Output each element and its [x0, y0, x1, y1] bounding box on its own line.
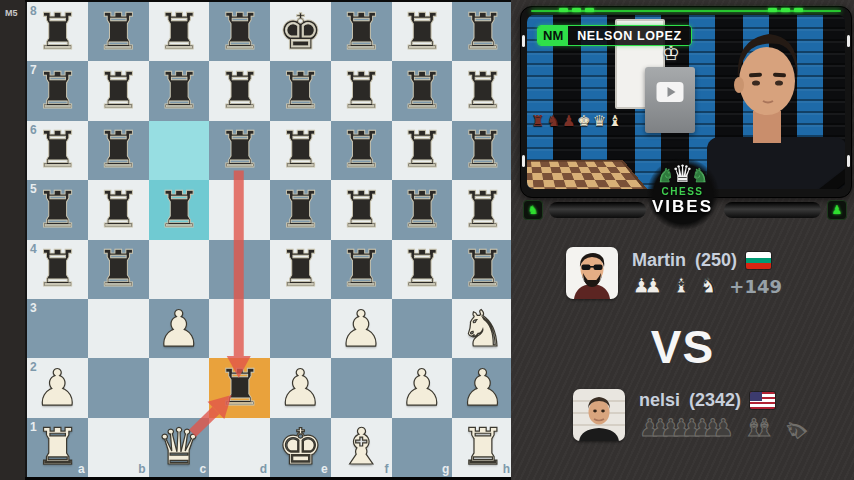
board-square-h3[interactable]: ♞: [452, 299, 513, 358]
board-square-f7[interactable]: ♜: [331, 61, 392, 120]
logo-pieces: ♞♛♞: [635, 156, 731, 186]
piece-white-pawn-g2[interactable]: ♟: [392, 358, 453, 417]
play-icon: [657, 82, 684, 102]
piece-black-rook-b4[interactable]: ♜: [88, 240, 149, 299]
piece-black-rook-f8[interactable]: ♜: [331, 2, 392, 61]
name-text: Martin: [632, 250, 686, 271]
piece-black-rook-f4[interactable]: ♜: [331, 240, 392, 299]
board-square-e3[interactable]: [270, 299, 331, 358]
left-sidebar: M5: [0, 0, 25, 480]
bar-pill-right: [724, 202, 821, 218]
frame-tick: [847, 35, 850, 47]
captured-bishop-group: ♝♝: [743, 416, 775, 440]
piece-black-rook-b7[interactable]: ♜: [88, 61, 149, 120]
piece-black-rook-h7[interactable]: ♜: [452, 61, 513, 120]
streamer-name-badge: NM NELSON LOPEZ: [537, 25, 692, 46]
board-square-g5[interactable]: ♜: [392, 180, 453, 239]
board-grid: 8♜♜♜♜♚♜♜♜7♜♜♜♜♜♜♜♜6♜♜♜♜♜♜♜5♜♜♜♜♜♜♜4♜♜♜♜♜…: [27, 2, 513, 477]
piece-black-rook-d2[interactable]: ♜: [209, 358, 270, 417]
board-square-d7[interactable]: ♜: [209, 61, 270, 120]
right-panel: ♔ ♜♞♟♚♛♝: [511, 0, 854, 480]
board-square-f5[interactable]: ♜: [331, 180, 392, 239]
led-dashes-right: [768, 8, 803, 12]
board-square-d6[interactable]: ♜: [209, 121, 270, 180]
player-name-top: Martin (250): [632, 250, 782, 271]
piece-black-rook-c5[interactable]: ♜: [149, 180, 210, 239]
piece-black-rook-f6[interactable]: ♜: [331, 121, 392, 180]
board-square-d5[interactable]: [209, 180, 270, 239]
avatar-martin[interactable]: [566, 247, 618, 299]
piece-white-king-e1[interactable]: ♚: [270, 418, 331, 477]
piece-black-rook-d7[interactable]: ♜: [209, 61, 270, 120]
piece-white-rook-a1[interactable]: ♜: [27, 418, 88, 477]
piece-white-pawn-h2[interactable]: ♟: [452, 358, 513, 417]
board-square-f3[interactable]: ♟: [331, 299, 392, 358]
piece-black-rook-a6[interactable]: ♜: [27, 121, 88, 180]
board-square-h4[interactable]: ♜: [452, 240, 513, 299]
board-square-b8[interactable]: ♜: [88, 2, 149, 61]
flag-bulgaria: [746, 252, 771, 269]
board-square-h5[interactable]: ♜: [452, 180, 513, 239]
piece-black-rook-e6[interactable]: ♜: [270, 121, 331, 180]
board-square-d2[interactable]: ♜: [209, 358, 270, 417]
board-square-g4[interactable]: ♜: [392, 240, 453, 299]
piece-black-rook-g5[interactable]: ♜: [392, 180, 453, 239]
piece-white-pawn-a2[interactable]: ♟: [27, 358, 88, 417]
player-info-top: Martin (250) ♟♟♝♞+149: [632, 250, 782, 297]
board-square-a6[interactable]: 6♜: [27, 121, 88, 180]
piece-black-rook-d6[interactable]: ♜: [209, 121, 270, 180]
board-square-a1[interactable]: 1a♜: [27, 418, 88, 477]
board-square-e4[interactable]: ♜: [270, 240, 331, 299]
board-square-b5[interactable]: ♜: [88, 180, 149, 239]
captured-knight-icon: ♞: [699, 276, 718, 297]
streamer-name: NELSON LOPEZ: [568, 26, 690, 45]
piece-black-rook-a5[interactable]: ♜: [27, 180, 88, 239]
captured-knight-icon: ♞: [780, 413, 812, 445]
frame-tick: [847, 155, 850, 167]
captured-pawn-icon: ♟: [713, 416, 735, 440]
logo-knight-icon: ♞: [657, 166, 674, 185]
board-square-b2[interactable]: [88, 358, 149, 417]
board-square-e6[interactable]: ♜: [270, 121, 331, 180]
logo-text-chess: CHESS: [635, 186, 731, 197]
piece-white-knight-h3[interactable]: ♞: [452, 299, 513, 358]
name-text: nelsi: [639, 390, 680, 411]
board-square-a4[interactable]: 4♜: [27, 240, 88, 299]
youtube-play-button-award: [645, 67, 695, 133]
board-square-g1[interactable]: g: [392, 418, 453, 477]
piece-black-rook-f7[interactable]: ♜: [331, 61, 392, 120]
physical-chess-pieces: ♜♞♟♚♛♝: [531, 112, 624, 130]
captured-bishop-icon: ♝: [672, 276, 691, 297]
board-square-h6[interactable]: ♜: [452, 121, 513, 180]
captured-pieces-top: ♟♟♝♞+149: [632, 276, 782, 297]
piece-black-rook-g7[interactable]: ♜: [392, 61, 453, 120]
piece-black-rook-g6[interactable]: ♜: [392, 121, 453, 180]
board-square-b3[interactable]: [88, 299, 149, 358]
piece-black-rook-h5[interactable]: ♜: [452, 180, 513, 239]
piece-black-rook-a7[interactable]: ♜: [27, 61, 88, 120]
frame-tick: [522, 155, 525, 167]
piece-black-rook-c7[interactable]: ♜: [149, 61, 210, 120]
piece-white-bishop-f1[interactable]: ♝: [331, 418, 392, 477]
board-square-b1[interactable]: b: [88, 418, 149, 477]
material-advantage: +149: [729, 276, 782, 297]
file-label-g: g: [442, 462, 449, 476]
player-info-bottom: nelsi (2342) ♟♟♟♟♟♟♟♟♝♝♞: [639, 390, 815, 440]
green-knight-icon: ♞: [523, 200, 543, 220]
board-square-a2[interactable]: 2♟: [27, 358, 88, 417]
player-name-bottom: nelsi (2342): [639, 390, 815, 411]
player-row-bottom: nelsi (2342) ♟♟♟♟♟♟♟♟♝♝♞: [573, 389, 815, 441]
board-square-a8[interactable]: 8♜: [27, 2, 88, 61]
board-square-d3[interactable]: [209, 299, 270, 358]
board-square-c6[interactable]: [149, 121, 210, 180]
piece-white-pawn-c3[interactable]: ♟: [149, 299, 210, 358]
board-square-e2[interactable]: ♟: [270, 358, 331, 417]
captured-pawn-group: ♟♟♟♟♟♟♟♟: [639, 416, 734, 440]
bar-pill-left: [549, 202, 646, 218]
piece-white-queen-c1[interactable]: ♛: [149, 418, 210, 477]
board-square-f2[interactable]: [331, 358, 392, 417]
board-square-h2[interactable]: ♟: [452, 358, 513, 417]
board-square-g7[interactable]: ♜: [392, 61, 453, 120]
piece-black-rook-e4[interactable]: ♜: [270, 240, 331, 299]
board-square-e1[interactable]: e♚: [270, 418, 331, 477]
board-square-g6[interactable]: ♜: [392, 121, 453, 180]
chess-board: 8♜♜♜♜♚♜♜♜7♜♜♜♜♜♜♜♜6♜♜♜♜♜♜♜5♜♜♜♜♜♜♜4♜♜♜♜♜…: [25, 2, 513, 477]
board-square-g3[interactable]: [392, 299, 453, 358]
piece-black-rook-b6[interactable]: ♜: [88, 121, 149, 180]
board-square-d1[interactable]: d: [209, 418, 270, 477]
board-square-b7[interactable]: ♜: [88, 61, 149, 120]
board-square-b6[interactable]: ♜: [88, 121, 149, 180]
board-square-a3[interactable]: 3: [27, 299, 88, 358]
green-pawn-icon: ♟: [827, 200, 847, 220]
piece-black-rook-f5[interactable]: ♜: [331, 180, 392, 239]
board-square-a7[interactable]: 7♜: [27, 61, 88, 120]
piece-black-king-e8[interactable]: ♚: [270, 2, 331, 61]
piece-black-rook-b5[interactable]: ♜: [88, 180, 149, 239]
piece-black-rook-c8[interactable]: ♜: [149, 2, 210, 61]
board-square-e7[interactable]: ♜: [270, 61, 331, 120]
board-square-c3[interactable]: ♟: [149, 299, 210, 358]
board-square-h1[interactable]: h♜: [452, 418, 513, 477]
board-square-c4[interactable]: [149, 240, 210, 299]
board-square-h8[interactable]: ♜: [452, 2, 513, 61]
board-square-c7[interactable]: ♜: [149, 61, 210, 120]
stream-overlay-app: M5 8♜♜♜♜♚♜♜♜7♜♜♜♜♜♜♜♜6♜♜♜♜♜♜♜5♜♜♜♜♜♜♜4♜♜…: [0, 0, 854, 480]
mate-indicator: M5: [5, 8, 18, 18]
rating-text: (2342): [689, 390, 741, 411]
piece-white-pawn-f3[interactable]: ♟: [331, 299, 392, 358]
flag-usa: [750, 392, 775, 409]
board-square-c8[interactable]: ♜: [149, 2, 210, 61]
frame-tick: [522, 35, 525, 47]
rating-text: (250): [695, 250, 737, 271]
board-square-g2[interactable]: ♟: [392, 358, 453, 417]
captured-pawn-icon: ♟: [644, 276, 663, 297]
logo-knight-icon: ♞: [691, 166, 708, 185]
player-row-top: Martin (250) ♟♟♝♞+149: [566, 247, 782, 299]
board-square-c2[interactable]: [149, 358, 210, 417]
board-square-e8[interactable]: ♚: [270, 2, 331, 61]
piece-black-rook-e7[interactable]: ♜: [270, 61, 331, 120]
vs-label: VS: [511, 320, 854, 374]
captured-pawn-group: ♟♟: [632, 276, 663, 297]
board-square-g8[interactable]: ♜: [392, 2, 453, 61]
captured-pieces-bottom: ♟♟♟♟♟♟♟♟♝♝♞: [639, 416, 815, 440]
board-square-h7[interactable]: ♜: [452, 61, 513, 120]
piece-black-rook-a4[interactable]: ♜: [27, 240, 88, 299]
avatar-nelsi[interactable]: [573, 389, 625, 441]
board-square-a5[interactable]: 5♜: [27, 180, 88, 239]
piece-black-rook-e5[interactable]: ♜: [270, 180, 331, 239]
board-square-f8[interactable]: ♜: [331, 2, 392, 61]
chess-vibes-logo: ♞♛♞ CHESS VIBES: [635, 156, 731, 217]
board-square-f4[interactable]: ♜: [331, 240, 392, 299]
piece-black-rook-d8[interactable]: ♜: [209, 2, 270, 61]
file-label-d: d: [260, 462, 267, 476]
captured-bishop-icon: ♝: [754, 416, 776, 440]
captured-knight-group: ♞: [699, 276, 718, 297]
captured-bishop-group: ♝: [672, 276, 691, 297]
board-square-f6[interactable]: ♜: [331, 121, 392, 180]
board-square-d4[interactable]: [209, 240, 270, 299]
title-badge: NM: [538, 26, 568, 45]
piece-black-rook-a8[interactable]: ♜: [27, 2, 88, 61]
piece-black-rook-h4[interactable]: ♜: [452, 240, 513, 299]
piece-black-rook-h8[interactable]: ♜: [452, 2, 513, 61]
board-square-e5[interactable]: ♜: [270, 180, 331, 239]
led-dashes-left: [559, 8, 594, 12]
piece-white-pawn-e2[interactable]: ♟: [270, 358, 331, 417]
piece-black-rook-g4[interactable]: ♜: [392, 240, 453, 299]
board-square-f1[interactable]: f♝: [331, 418, 392, 477]
captured-knight-group: ♞: [784, 416, 806, 440]
file-label-b: b: [138, 462, 145, 476]
piece-black-rook-g8[interactable]: ♜: [392, 2, 453, 61]
piece-black-rook-h6[interactable]: ♜: [452, 121, 513, 180]
board-square-c1[interactable]: c♛: [149, 418, 210, 477]
logo-text-vibes: VIBES: [635, 197, 731, 217]
piece-black-rook-b8[interactable]: ♜: [88, 2, 149, 61]
logo-queen-icon: ♛: [672, 162, 694, 186]
board-square-b4[interactable]: ♜: [88, 240, 149, 299]
piece-white-rook-h1[interactable]: ♜: [452, 418, 513, 477]
board-square-d8[interactable]: ♜: [209, 2, 270, 61]
rank-label-3: 3: [30, 301, 37, 315]
board-square-c5[interactable]: ♜: [149, 180, 210, 239]
